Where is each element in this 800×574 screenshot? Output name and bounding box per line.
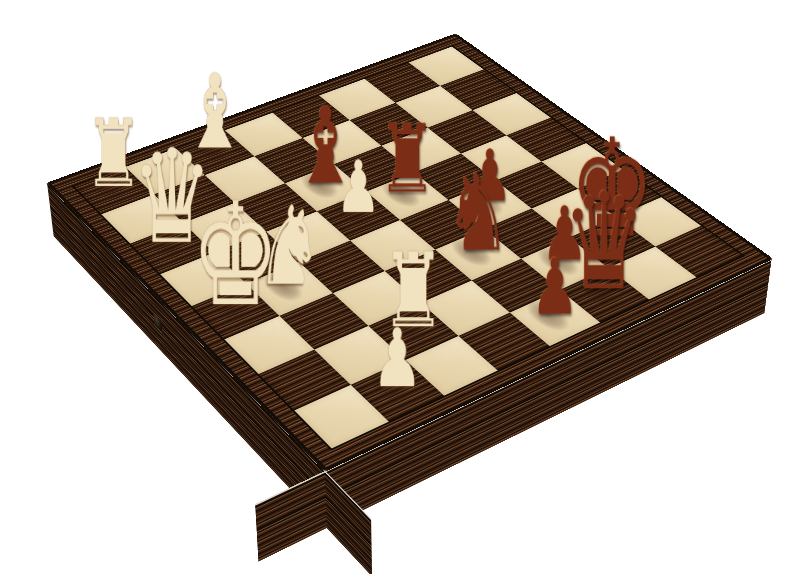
white-king-glyph: ♚ bbox=[188, 185, 282, 327]
chess-box: ♜♝♛♚♞♜♟♟♝♜♟♞♚♟♛♟ bbox=[47, 34, 772, 471]
box-latch[interactable] bbox=[153, 312, 162, 333]
white-pawn-glyph: ♟ bbox=[348, 319, 447, 400]
scene-3d: ♜♝♛♚♞♜♟♟♝♜♟♞♚♟♛♟ bbox=[0, 0, 800, 574]
dark-pawn-glyph: ♟ bbox=[507, 249, 602, 326]
product-photo-canvas: ♜♝♛♚♞♜♟♟♝♜♟♞♚♟♛♟ bbox=[0, 0, 800, 574]
